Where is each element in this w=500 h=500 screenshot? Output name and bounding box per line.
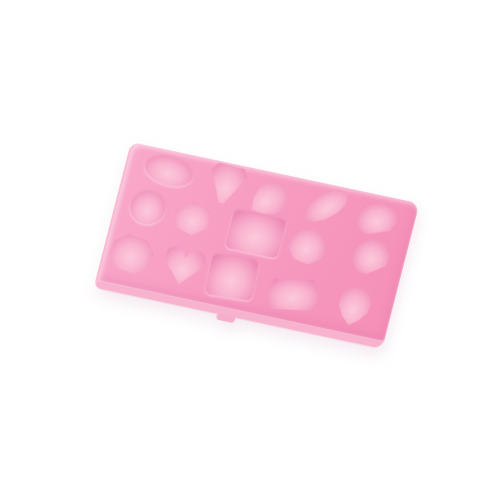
cavity-r1c4-marquise xyxy=(299,183,354,229)
cavity-r3c3-square xyxy=(205,254,260,302)
cavity-r2c5-emerald xyxy=(348,235,393,277)
cavity-r3c2-heart xyxy=(158,243,210,290)
cavity-r2c1-circle xyxy=(127,188,169,227)
mold-sprue-tab xyxy=(216,313,236,323)
silicone-mold xyxy=(94,142,420,349)
cavity-r2c2-hexgem xyxy=(171,201,215,236)
cavity-r3c5-pear xyxy=(331,284,376,329)
cavity-r1c1-oval xyxy=(141,150,197,191)
cavity-r1c2-trillion xyxy=(202,160,251,209)
photo-canvas xyxy=(0,0,500,500)
cavity-r2c4-octagon xyxy=(283,224,331,269)
cavity-r3c4-longhex xyxy=(266,278,320,310)
cavity-r1c5-emerald xyxy=(356,202,398,236)
cavity-r3c1-roundhex xyxy=(104,229,160,279)
cavity-r2c3-rect xyxy=(225,209,287,258)
